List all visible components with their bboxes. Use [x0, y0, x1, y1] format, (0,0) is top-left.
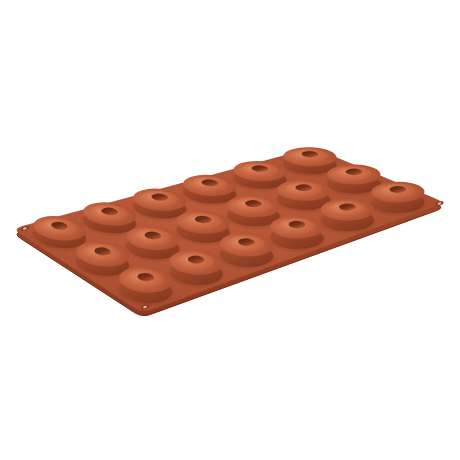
- donut-mold-image: [0, 0, 460, 460]
- product-photo: [0, 0, 460, 460]
